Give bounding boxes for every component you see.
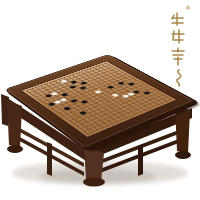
black-stone: ● [43, 93, 53, 98]
black-stone: ● [79, 80, 89, 85]
foot-front [83, 178, 105, 187]
white-stone: ● [110, 92, 120, 97]
black-stone: ● [131, 89, 141, 94]
white-stone: ● [125, 91, 135, 96]
foot-left [7, 145, 23, 153]
black-stone: ● [69, 80, 79, 85]
black-stone: ● [116, 81, 126, 86]
white-stone: ● [93, 89, 103, 94]
black-stone: ● [68, 84, 78, 89]
spindle-left [47, 142, 52, 176]
black-stone: ● [141, 90, 151, 95]
black-stone: ● [46, 101, 57, 106]
spindle-right [138, 144, 143, 176]
product-photo: { "game": "go", "board": { "size": 19, "… [0, 0, 200, 200]
leg-right [175, 106, 190, 154]
leg-left [7, 100, 22, 148]
black-stone: ● [61, 105, 72, 111]
brand-calligraphy-icon [169, 10, 189, 88]
brand-logo: ® [167, 6, 191, 90]
black-stone: ● [105, 84, 115, 89]
black-stone: ● [59, 92, 69, 97]
white-stone: ● [49, 91, 59, 96]
black-stone: ● [77, 110, 88, 116]
foot-right [175, 151, 191, 159]
white-stone: ● [58, 97, 68, 102]
black-stone: ● [126, 81, 136, 86]
white-stone: ● [52, 99, 63, 104]
black-stone: ● [79, 99, 90, 104]
black-stone: ● [78, 85, 88, 90]
white-stone: ● [120, 93, 131, 98]
white-stone: ● [59, 79, 69, 84]
black-stone: ● [68, 98, 79, 103]
